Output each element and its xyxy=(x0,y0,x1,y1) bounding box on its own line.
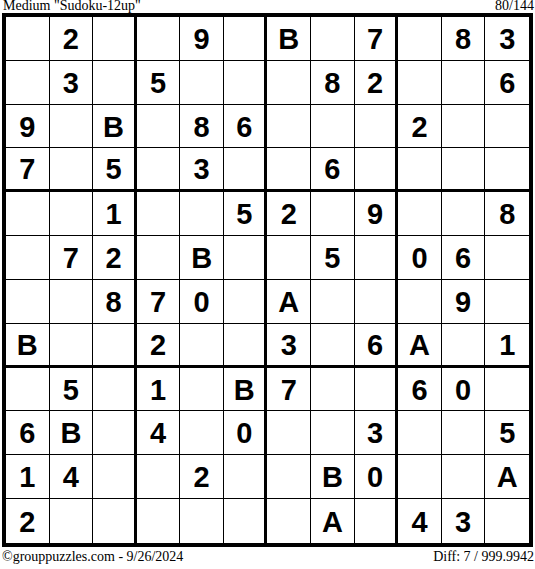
puzzle-counter: 80/144 xyxy=(495,0,534,14)
cell-r3c2-empty[interactable] xyxy=(50,105,94,149)
cell-r12c7-empty[interactable] xyxy=(267,499,311,543)
cell-r10c11-empty[interactable] xyxy=(442,411,486,455)
cell-r2c1-empty[interactable] xyxy=(6,61,50,105)
cell-r12c6-empty[interactable] xyxy=(224,499,268,543)
cell-r3c4-empty[interactable] xyxy=(137,105,181,149)
cell-r10c3-empty[interactable] xyxy=(93,411,137,455)
page: Medium "Sudoku-12up" 80/144 29B783358269… xyxy=(0,0,535,569)
cell-r8c8-empty[interactable] xyxy=(311,324,355,368)
cell-r8c1-given[interactable]: B xyxy=(6,324,50,368)
cell-r4c2-empty[interactable] xyxy=(50,148,94,192)
puzzle-title: Medium "Sudoku-12up" xyxy=(3,0,141,14)
cell-r3c7-empty[interactable] xyxy=(267,105,311,149)
cell-r5c5-empty[interactable] xyxy=(180,192,224,236)
cell-r10c6-given[interactable]: 0 xyxy=(224,411,268,455)
cell-r11c5-given[interactable]: 2 xyxy=(180,455,224,499)
cell-r3c12-empty[interactable] xyxy=(485,105,529,149)
cell-r9c1-empty[interactable] xyxy=(6,368,50,412)
cell-r8c10-given[interactable]: A xyxy=(398,324,442,368)
cell-r7c10-empty[interactable] xyxy=(398,280,442,324)
cell-r10c9-given[interactable]: 3 xyxy=(355,411,399,455)
cell-r4c3-given[interactable]: 5 xyxy=(93,148,137,192)
cell-r9c6-given[interactable]: B xyxy=(224,368,268,412)
cell-r12c10-given[interactable]: 4 xyxy=(398,499,442,543)
cell-r7c5-given[interactable]: 0 xyxy=(180,280,224,324)
cell-r4c7-empty[interactable] xyxy=(267,148,311,192)
cell-r9c9-empty[interactable] xyxy=(355,368,399,412)
cell-r7c9-empty[interactable] xyxy=(355,280,399,324)
cell-r11c8-given[interactable]: B xyxy=(311,455,355,499)
cell-r1c6-empty[interactable] xyxy=(224,17,268,61)
cell-r1c8-empty[interactable] xyxy=(311,17,355,61)
cell-r6c2-given[interactable]: 7 xyxy=(50,236,94,280)
cell-r4c10-empty[interactable] xyxy=(398,148,442,192)
cell-r5c12-given[interactable]: 8 xyxy=(485,192,529,236)
cell-r1c11-given[interactable]: 8 xyxy=(442,17,486,61)
cell-r10c4-given[interactable]: 4 xyxy=(137,411,181,455)
cell-r2c4-given[interactable]: 5 xyxy=(137,61,181,105)
cell-r6c11-given[interactable]: 6 xyxy=(442,236,486,280)
cell-r12c8-given[interactable]: A xyxy=(311,499,355,543)
cell-r3c6-given[interactable]: 6 xyxy=(224,105,268,149)
cell-r3c9-empty[interactable] xyxy=(355,105,399,149)
cell-r9c7-given[interactable]: 7 xyxy=(267,368,311,412)
cell-r5c3-given[interactable]: 1 xyxy=(93,192,137,236)
cell-r9c12-empty[interactable] xyxy=(485,368,529,412)
cell-r9c3-empty[interactable] xyxy=(93,368,137,412)
cell-r5c8-empty[interactable] xyxy=(311,192,355,236)
cell-r12c1-given[interactable]: 2 xyxy=(6,499,50,543)
cell-r1c2-given[interactable]: 2 xyxy=(50,17,94,61)
cell-r12c12-empty[interactable] xyxy=(485,499,529,543)
cell-r7c7-given[interactable]: A xyxy=(267,280,311,324)
cell-r9c4-given[interactable]: 1 xyxy=(137,368,181,412)
cell-r7c1-empty[interactable] xyxy=(6,280,50,324)
cell-r2c3-empty[interactable] xyxy=(93,61,137,105)
cell-r8c4-given[interactable]: 2 xyxy=(137,324,181,368)
cell-r7c11-given[interactable]: 9 xyxy=(442,280,486,324)
cell-r8c3-empty[interactable] xyxy=(93,324,137,368)
cell-r12c2-empty[interactable] xyxy=(50,499,94,543)
cell-r12c4-empty[interactable] xyxy=(137,499,181,543)
cell-r1c7-given[interactable]: B xyxy=(267,17,311,61)
cell-r3c10-given[interactable]: 2 xyxy=(398,105,442,149)
cell-r12c11-given[interactable]: 3 xyxy=(442,499,486,543)
cell-r10c2-given[interactable]: B xyxy=(50,411,94,455)
cell-r4c9-empty[interactable] xyxy=(355,148,399,192)
cell-r7c2-empty[interactable] xyxy=(50,280,94,324)
cell-r4c11-empty[interactable] xyxy=(442,148,486,192)
cell-r2c6-empty[interactable] xyxy=(224,61,268,105)
cell-r4c4-empty[interactable] xyxy=(137,148,181,192)
cell-r11c7-empty[interactable] xyxy=(267,455,311,499)
cell-r11c6-empty[interactable] xyxy=(224,455,268,499)
cell-r4c1-given[interactable]: 7 xyxy=(6,148,50,192)
cell-r4c8-given[interactable]: 6 xyxy=(311,148,355,192)
cell-r7c6-empty[interactable] xyxy=(224,280,268,324)
cell-r5c9-given[interactable]: 9 xyxy=(355,192,399,236)
cell-r2c11-empty[interactable] xyxy=(442,61,486,105)
cell-r4c12-empty[interactable] xyxy=(485,148,529,192)
cell-r11c9-given[interactable]: 0 xyxy=(355,455,399,499)
cell-r5c10-empty[interactable] xyxy=(398,192,442,236)
cell-r3c8-empty[interactable] xyxy=(311,105,355,149)
cell-r1c5-given[interactable]: 9 xyxy=(180,17,224,61)
cell-r8c7-given[interactable]: 3 xyxy=(267,324,311,368)
cell-r10c10-empty[interactable] xyxy=(398,411,442,455)
cell-r6c3-given[interactable]: 2 xyxy=(93,236,137,280)
cell-r8c12-given[interactable]: 1 xyxy=(485,324,529,368)
cell-r6c7-empty[interactable] xyxy=(267,236,311,280)
cell-r7c3-given[interactable]: 8 xyxy=(93,280,137,324)
cell-r3c11-empty[interactable] xyxy=(442,105,486,149)
cell-r4c5-given[interactable]: 3 xyxy=(180,148,224,192)
cell-r10c1-given[interactable]: 6 xyxy=(6,411,50,455)
cell-r11c11-empty[interactable] xyxy=(442,455,486,499)
cell-r2c2-given[interactable]: 3 xyxy=(50,61,94,105)
cell-r3c1-given[interactable]: 9 xyxy=(6,105,50,149)
cell-r12c5-empty[interactable] xyxy=(180,499,224,543)
cell-r9c8-empty[interactable] xyxy=(311,368,355,412)
cell-r6c9-empty[interactable] xyxy=(355,236,399,280)
cell-r5c1-empty[interactable] xyxy=(6,192,50,236)
cell-r1c1-empty[interactable] xyxy=(6,17,50,61)
cell-r7c4-given[interactable]: 7 xyxy=(137,280,181,324)
cell-r5c2-empty[interactable] xyxy=(50,192,94,236)
cell-r5c4-empty[interactable] xyxy=(137,192,181,236)
cell-r2c12-given[interactable]: 6 xyxy=(485,61,529,105)
cell-r2c8-given[interactable]: 8 xyxy=(311,61,355,105)
cell-r6c10-given[interactable]: 0 xyxy=(398,236,442,280)
cell-r6c4-empty[interactable] xyxy=(137,236,181,280)
cell-r10c5-empty[interactable] xyxy=(180,411,224,455)
cell-r1c10-empty[interactable] xyxy=(398,17,442,61)
cell-r6c1-empty[interactable] xyxy=(6,236,50,280)
cell-r8c5-empty[interactable] xyxy=(180,324,224,368)
cell-r10c12-given[interactable]: 5 xyxy=(485,411,529,455)
cell-r6c6-empty[interactable] xyxy=(224,236,268,280)
cell-r1c12-given[interactable]: 3 xyxy=(485,17,529,61)
cell-r8c9-given[interactable]: 6 xyxy=(355,324,399,368)
cell-r10c8-empty[interactable] xyxy=(311,411,355,455)
cell-r2c9-given[interactable]: 2 xyxy=(355,61,399,105)
copyright-text: ©grouppuzzles.com - 9/26/2024 xyxy=(2,549,183,565)
cell-r6c12-empty[interactable] xyxy=(485,236,529,280)
cell-r4c6-empty[interactable] xyxy=(224,148,268,192)
cell-r12c3-empty[interactable] xyxy=(93,499,137,543)
sudoku-grid: 29B783358269B86275361529872B506870A9B236… xyxy=(2,13,533,547)
cell-r11c12-given[interactable]: A xyxy=(485,455,529,499)
cell-r11c10-empty[interactable] xyxy=(398,455,442,499)
cell-r9c10-given[interactable]: 6 xyxy=(398,368,442,412)
difficulty-text: Diff: 7 / 999.9942 xyxy=(433,549,534,565)
cell-r2c7-empty[interactable] xyxy=(267,61,311,105)
cell-r7c8-empty[interactable] xyxy=(311,280,355,324)
cell-r11c4-empty[interactable] xyxy=(137,455,181,499)
cell-r5c7-given[interactable]: 2 xyxy=(267,192,311,236)
cell-r1c3-empty[interactable] xyxy=(93,17,137,61)
cell-r5c11-empty[interactable] xyxy=(442,192,486,236)
cell-r12c9-empty[interactable] xyxy=(355,499,399,543)
cell-r3c3-given[interactable]: B xyxy=(93,105,137,149)
cell-r1c4-empty[interactable] xyxy=(137,17,181,61)
cell-r5c6-given[interactable]: 5 xyxy=(224,192,268,236)
cell-r2c10-empty[interactable] xyxy=(398,61,442,105)
cell-r6c5-given[interactable]: B xyxy=(180,236,224,280)
cell-r9c5-empty[interactable] xyxy=(180,368,224,412)
cell-r6c8-given[interactable]: 5 xyxy=(311,236,355,280)
cell-r10c7-empty[interactable] xyxy=(267,411,311,455)
cell-r8c11-empty[interactable] xyxy=(442,324,486,368)
cell-r11c2-given[interactable]: 4 xyxy=(50,455,94,499)
cell-r3c5-given[interactable]: 8 xyxy=(180,105,224,149)
cell-r9c11-given[interactable]: 0 xyxy=(442,368,486,412)
cell-r7c12-empty[interactable] xyxy=(485,280,529,324)
cell-r1c9-given[interactable]: 7 xyxy=(355,17,399,61)
cell-r11c1-given[interactable]: 1 xyxy=(6,455,50,499)
cell-r2c5-empty[interactable] xyxy=(180,61,224,105)
cell-r8c2-empty[interactable] xyxy=(50,324,94,368)
cell-r11c3-empty[interactable] xyxy=(93,455,137,499)
cell-r8c6-empty[interactable] xyxy=(224,324,268,368)
cell-r9c2-given[interactable]: 5 xyxy=(50,368,94,412)
